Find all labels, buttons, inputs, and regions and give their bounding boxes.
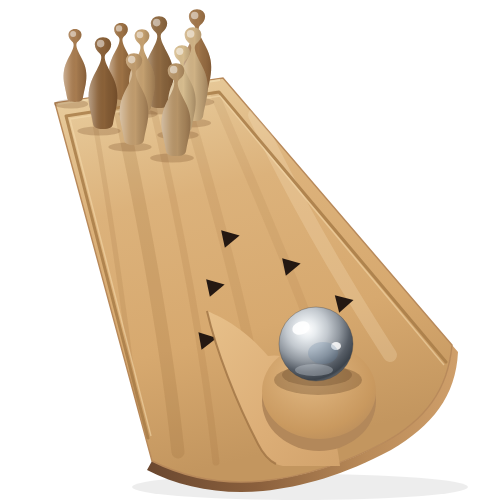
pin-7 <box>64 29 87 102</box>
product-photo-mini-bowling <box>0 0 500 500</box>
bowling-scene <box>0 0 500 500</box>
ball-blue-reflection <box>308 342 338 364</box>
pin-4 <box>89 37 118 129</box>
ball-rim-light <box>295 364 333 376</box>
